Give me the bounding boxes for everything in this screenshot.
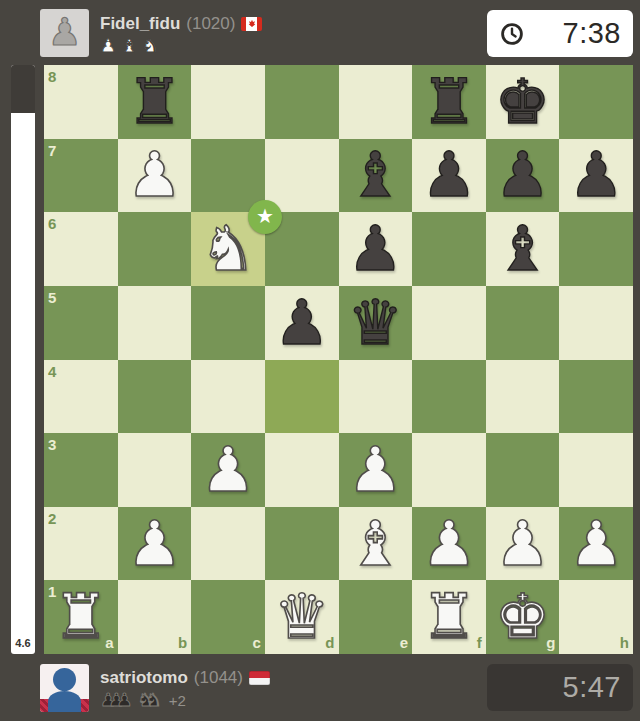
bottom-player-avatar[interactable] xyxy=(40,664,89,712)
material-advantage: +2 xyxy=(169,692,186,709)
piece-black-queen[interactable]: ♛ xyxy=(339,286,413,360)
captured-white-knight-icon: ♞ xyxy=(142,36,158,56)
canada-flag-icon xyxy=(241,17,262,31)
square-h6[interactable] xyxy=(559,212,633,286)
square-e6[interactable]: ♟ xyxy=(339,212,413,286)
square-e3[interactable]: ♟ xyxy=(339,433,413,507)
pawn-avatar-icon: ♟ xyxy=(47,13,81,51)
star-icon: ★ xyxy=(256,206,274,226)
captured-black-knight-group: ♞♞ xyxy=(137,690,161,710)
square-h5[interactable] xyxy=(559,286,633,360)
bottom-player-rating: (1044) xyxy=(194,668,243,688)
rank-label-4: 4 xyxy=(48,364,56,379)
square-g1[interactable]: g♚ xyxy=(486,580,560,654)
square-c2[interactable] xyxy=(191,507,265,581)
piece-black-pawn[interactable]: ♟ xyxy=(486,139,560,213)
piece-white-rook[interactable]: ♜ xyxy=(44,580,118,654)
square-a3[interactable]: 3 xyxy=(44,433,118,507)
square-f5[interactable] xyxy=(412,286,486,360)
piece-black-rook[interactable]: ♜ xyxy=(118,65,192,139)
square-a1[interactable]: 1a♜ xyxy=(44,580,118,654)
file-label-b: b xyxy=(178,635,187,650)
piece-black-bishop[interactable]: ♝ xyxy=(339,139,413,213)
bottom-player-info: satriotomo (1044) xyxy=(100,668,270,688)
captured-white-knight-group: ♞ xyxy=(142,36,158,56)
piece-white-pawn[interactable]: ♟ xyxy=(118,507,192,581)
bottom-player-clock: 5:47 xyxy=(487,664,633,711)
piece-white-pawn[interactable]: ♟ xyxy=(486,507,560,581)
square-e7[interactable]: ♝ xyxy=(339,139,413,213)
piece-black-pawn[interactable]: ♟ xyxy=(339,212,413,286)
square-b4[interactable] xyxy=(118,360,192,434)
square-c3[interactable]: ♟ xyxy=(191,433,265,507)
rank-label-2: 2 xyxy=(48,511,56,526)
square-f7[interactable]: ♟ xyxy=(412,139,486,213)
rank-label-8: 8 xyxy=(48,69,56,84)
square-b3[interactable] xyxy=(118,433,192,507)
captured-black-pawn-icon: ♟ xyxy=(116,690,132,710)
square-h8[interactable] xyxy=(559,65,633,139)
captured-white-pawn-icon: ♟ xyxy=(100,36,116,56)
board[interactable]: 8♜♜♚7♟♝♟♟♟6♞♟♝5♟♛43♟♟2♟♝♟♟♟1a♜bcd♛ef♜g♚h… xyxy=(44,65,633,654)
rank-label-7: 7 xyxy=(48,143,56,158)
square-a7[interactable]: 7 xyxy=(44,139,118,213)
square-b5[interactable] xyxy=(118,286,192,360)
piece-white-bishop[interactable]: ♝ xyxy=(339,507,413,581)
square-h2[interactable]: ♟ xyxy=(559,507,633,581)
piece-white-rook[interactable]: ♜ xyxy=(412,580,486,654)
square-d5[interactable]: ♟ xyxy=(265,286,339,360)
piece-black-king[interactable]: ♚ xyxy=(486,65,560,139)
top-player-rating: (1020) xyxy=(186,14,235,34)
square-f2[interactable]: ♟ xyxy=(412,507,486,581)
piece-white-pawn[interactable]: ♟ xyxy=(412,507,486,581)
square-e5[interactable]: ♛ xyxy=(339,286,413,360)
square-g7[interactable]: ♟ xyxy=(486,139,560,213)
square-f8[interactable]: ♜ xyxy=(412,65,486,139)
best-move-star-badge: ★ xyxy=(248,200,282,234)
top-player-avatar[interactable]: ♟ xyxy=(40,9,89,57)
piece-white-king[interactable]: ♚ xyxy=(486,580,560,654)
top-player-captured-pieces: ♟♝♞ xyxy=(100,36,163,56)
square-c1[interactable]: c xyxy=(191,580,265,654)
square-f4[interactable] xyxy=(412,360,486,434)
avatar-torso xyxy=(48,691,81,712)
rank-label-6: 6 xyxy=(48,216,56,231)
square-a2[interactable]: 2 xyxy=(44,507,118,581)
square-b2[interactable]: ♟ xyxy=(118,507,192,581)
square-e2[interactable]: ♝ xyxy=(339,507,413,581)
file-label-h: h xyxy=(620,635,629,650)
piece-black-bishop[interactable]: ♝ xyxy=(486,212,560,286)
square-h4[interactable] xyxy=(559,360,633,434)
square-e1[interactable]: e xyxy=(339,580,413,654)
square-a5[interactable]: 5 xyxy=(44,286,118,360)
square-g4[interactable] xyxy=(486,360,560,434)
top-player-clock: 7:38 xyxy=(487,10,633,57)
square-c4[interactable] xyxy=(191,360,265,434)
captured-black-pawn-group: ♟♟♟ xyxy=(100,690,132,710)
avatar-head xyxy=(53,668,76,691)
square-d4[interactable] xyxy=(265,360,339,434)
evaluation-bar: 4.6 xyxy=(11,65,35,654)
evaluation-score: 4.6 xyxy=(11,637,35,649)
square-h7[interactable]: ♟ xyxy=(559,139,633,213)
bottom-player-name: satriotomo xyxy=(100,668,188,688)
bottom-player-time: 5:47 xyxy=(487,671,633,704)
square-b1[interactable]: b xyxy=(118,580,192,654)
square-c5[interactable] xyxy=(191,286,265,360)
square-b7[interactable]: ♟ xyxy=(118,139,192,213)
square-g2[interactable]: ♟ xyxy=(486,507,560,581)
piece-black-pawn[interactable]: ♟ xyxy=(265,286,339,360)
captured-white-pawn-group: ♟ xyxy=(100,36,116,56)
rank-label-3: 3 xyxy=(48,437,56,452)
square-e8[interactable] xyxy=(339,65,413,139)
square-d3[interactable] xyxy=(265,433,339,507)
top-player-time: 7:38 xyxy=(524,17,633,50)
square-d1[interactable]: d♛ xyxy=(265,580,339,654)
piece-white-pawn[interactable]: ♟ xyxy=(339,433,413,507)
file-label-e: e xyxy=(400,635,408,650)
evaluation-bar-black-portion xyxy=(11,65,35,113)
piece-white-pawn[interactable]: ♟ xyxy=(118,139,192,213)
file-label-c: c xyxy=(253,635,261,650)
square-h1[interactable]: h xyxy=(559,580,633,654)
square-g6[interactable]: ♝ xyxy=(486,212,560,286)
square-g3[interactable] xyxy=(486,433,560,507)
piece-white-pawn[interactable]: ♟ xyxy=(559,507,633,581)
square-b8[interactable]: ♜ xyxy=(118,65,192,139)
square-f1[interactable]: f♜ xyxy=(412,580,486,654)
square-e4[interactable] xyxy=(339,360,413,434)
square-a6[interactable]: 6 xyxy=(44,212,118,286)
square-d7[interactable] xyxy=(265,139,339,213)
piece-black-pawn[interactable]: ♟ xyxy=(559,139,633,213)
top-player-name: Fidel_fidu xyxy=(100,14,180,34)
captured-black-knight-icon: ♞ xyxy=(146,690,162,710)
indonesia-flag-icon xyxy=(249,671,270,685)
square-f3[interactable] xyxy=(412,433,486,507)
square-g5[interactable] xyxy=(486,286,560,360)
clock-icon xyxy=(500,22,524,46)
square-c8[interactable] xyxy=(191,65,265,139)
rank-label-5: 5 xyxy=(48,290,56,305)
piece-black-rook[interactable]: ♜ xyxy=(412,65,486,139)
square-d8[interactable] xyxy=(265,65,339,139)
square-d2[interactable] xyxy=(265,507,339,581)
bottom-player-captured-pieces: ♟♟♟♞♞+2 xyxy=(100,690,186,710)
piece-black-pawn[interactable]: ♟ xyxy=(412,139,486,213)
square-a8[interactable]: 8 xyxy=(44,65,118,139)
piece-white-pawn[interactable]: ♟ xyxy=(191,433,265,507)
square-g8[interactable]: ♚ xyxy=(486,65,560,139)
square-h3[interactable] xyxy=(559,433,633,507)
square-c7[interactable] xyxy=(191,139,265,213)
square-a4[interactable]: 4 xyxy=(44,360,118,434)
square-f6[interactable] xyxy=(412,212,486,286)
piece-white-queen[interactable]: ♛ xyxy=(265,580,339,654)
captured-white-bishop-group: ♝ xyxy=(121,36,137,56)
top-player-info: Fidel_fidu (1020) xyxy=(100,14,262,34)
square-b6[interactable] xyxy=(118,212,192,286)
captured-white-bishop-icon: ♝ xyxy=(121,36,137,56)
